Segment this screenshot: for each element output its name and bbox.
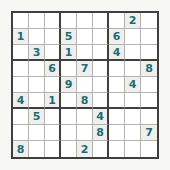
cell-r7c9[interactable] (141, 109, 157, 125)
cell-r5c4-given-9: 9 (61, 77, 77, 93)
cell-r3c8[interactable] (125, 45, 141, 61)
cell-r5c9[interactable] (141, 77, 157, 93)
cell-r5c6[interactable] (93, 77, 109, 93)
cell-r7c2-given-5: 5 (29, 109, 45, 125)
cell-r4c9-given-8: 8 (141, 61, 157, 77)
cell-r3c4-given-1: 1 (61, 45, 77, 61)
cell-r9c6[interactable] (93, 141, 109, 157)
cell-r5c1[interactable] (13, 77, 29, 93)
cell-r8c3[interactable] (45, 125, 61, 141)
cell-r2c3[interactable] (45, 29, 61, 45)
cell-r3c2-given-3: 3 (29, 45, 45, 61)
cell-r1c5[interactable] (77, 13, 93, 29)
cell-r2c9[interactable] (141, 29, 157, 45)
cell-r8c1[interactable] (13, 125, 29, 141)
cell-r3c9[interactable] (141, 45, 157, 61)
cell-r8c7[interactable] (109, 125, 125, 141)
cell-r7c6-given-4: 4 (93, 109, 109, 125)
cell-r4c6[interactable] (93, 61, 109, 77)
cell-r1c2[interactable] (29, 13, 45, 29)
cell-r8c8[interactable] (125, 125, 141, 141)
cell-r9c5-given-2: 2 (77, 141, 93, 157)
cell-r2c7-given-6: 6 (109, 29, 125, 45)
cell-r2c2[interactable] (29, 29, 45, 45)
cell-r1c7[interactable] (109, 13, 125, 29)
cell-r1c1[interactable] (13, 13, 29, 29)
cell-r9c1-given-8: 8 (13, 141, 29, 157)
cell-r9c7[interactable] (109, 141, 125, 157)
cell-r1c3[interactable] (45, 13, 61, 29)
cell-r6c1-given-4: 4 (13, 93, 29, 109)
cell-r5c8-given-4: 4 (125, 77, 141, 93)
cell-r6c3-given-1: 1 (45, 93, 61, 109)
sudoku-board: 215631467894418548782 (11, 11, 159, 159)
cell-r6c6[interactable] (93, 93, 109, 109)
cell-r6c7[interactable] (109, 93, 125, 109)
cell-r3c7-given-4: 4 (109, 45, 125, 61)
cell-r1c9[interactable] (141, 13, 157, 29)
cell-r2c8[interactable] (125, 29, 141, 45)
cell-r7c7[interactable] (109, 109, 125, 125)
cell-r4c8[interactable] (125, 61, 141, 77)
cell-r8c4[interactable] (61, 125, 77, 141)
cell-r1c4[interactable] (61, 13, 77, 29)
cell-r5c3[interactable] (45, 77, 61, 93)
cell-r3c1[interactable] (13, 45, 29, 61)
cell-r4c3-given-6: 6 (45, 61, 61, 77)
cell-r2c4-given-5: 5 (61, 29, 77, 45)
cell-r3c5[interactable] (77, 45, 93, 61)
cell-r7c8[interactable] (125, 109, 141, 125)
cell-r2c5[interactable] (77, 29, 93, 45)
cell-r5c2[interactable] (29, 77, 45, 93)
cell-r8c5[interactable] (77, 125, 93, 141)
cell-r9c4[interactable] (61, 141, 77, 157)
cell-r4c4[interactable] (61, 61, 77, 77)
cell-r1c6[interactable] (93, 13, 109, 29)
cell-r4c5-given-7: 7 (77, 61, 93, 77)
cell-r8c6-given-8: 8 (93, 125, 109, 141)
cell-r5c5[interactable] (77, 77, 93, 93)
cell-r4c2[interactable] (29, 61, 45, 77)
cell-r7c1[interactable] (13, 109, 29, 125)
cell-r8c9-given-7: 7 (141, 125, 157, 141)
cell-r9c3[interactable] (45, 141, 61, 157)
cell-r2c1-given-1: 1 (13, 29, 29, 45)
cell-r7c3[interactable] (45, 109, 61, 125)
cell-r6c5-given-8: 8 (77, 93, 93, 109)
cell-r9c2[interactable] (29, 141, 45, 157)
cell-r8c2[interactable] (29, 125, 45, 141)
cell-r9c9[interactable] (141, 141, 157, 157)
cell-r7c4[interactable] (61, 109, 77, 125)
cell-r9c8[interactable] (125, 141, 141, 157)
cell-r4c7[interactable] (109, 61, 125, 77)
cell-r3c6[interactable] (93, 45, 109, 61)
cell-r6c4[interactable] (61, 93, 77, 109)
cell-r5c7[interactable] (109, 77, 125, 93)
cell-r3c3[interactable] (45, 45, 61, 61)
cell-r7c5[interactable] (77, 109, 93, 125)
cell-r4c1[interactable] (13, 61, 29, 77)
cell-r1c8-given-2: 2 (125, 13, 141, 29)
cell-r6c8[interactable] (125, 93, 141, 109)
cell-r2c6[interactable] (93, 29, 109, 45)
cell-r6c2[interactable] (29, 93, 45, 109)
cell-r6c9[interactable] (141, 93, 157, 109)
